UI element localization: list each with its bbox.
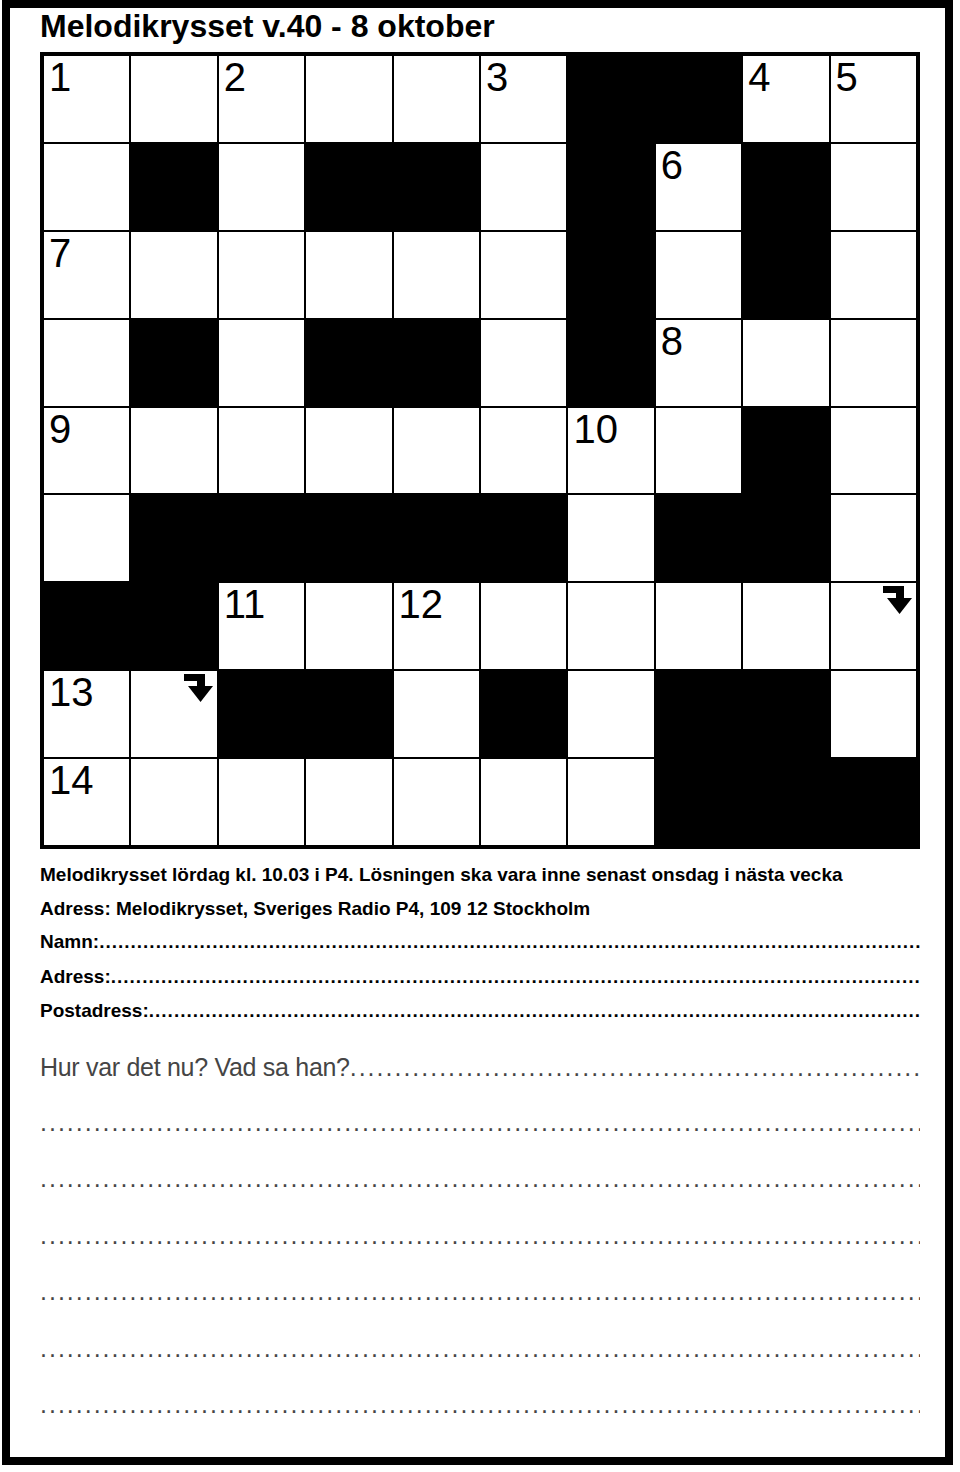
clue-number-11: 11 — [224, 583, 266, 625]
cell-r4c10[interactable] — [830, 319, 917, 407]
cell-r1c10[interactable]: 5 — [830, 55, 917, 143]
answer-dotted-line-fill[interactable]: ........................................… — [40, 1221, 920, 1250]
cell-r8c9-blocked — [742, 670, 829, 758]
cell-r1c9[interactable]: 4 — [742, 55, 829, 143]
clue-number-7: 7 — [49, 232, 71, 274]
clue-number-8: 8 — [661, 320, 683, 362]
cell-r2c8[interactable]: 6 — [655, 143, 742, 231]
cell-r3c1[interactable]: 7 — [43, 231, 130, 319]
cell-r2c9-blocked — [742, 143, 829, 231]
cell-r7c5[interactable]: 12 — [393, 582, 480, 670]
clue-number-6: 6 — [661, 144, 683, 186]
cell-r5c1[interactable]: 9 — [43, 407, 130, 495]
cell-r9c6[interactable] — [480, 758, 567, 846]
answer-dotted-line-fill[interactable]: ........................................… — [40, 1334, 920, 1363]
question-answer-line[interactable]: ........................................… — [350, 1053, 920, 1082]
turn-down-arrow-icon — [882, 584, 913, 617]
answer-dotted-line-3[interactable]: ........................................… — [40, 1221, 920, 1250]
submission-address: Adress: Melodikrysset, Sveriges Radio P4… — [40, 898, 920, 920]
cell-r8c2[interactable] — [130, 670, 217, 758]
cell-r4c9[interactable] — [742, 319, 829, 407]
cell-r9c8-blocked — [655, 758, 742, 846]
answer-dotted-line-fill[interactable]: ........................................… — [40, 1108, 920, 1137]
clue-number-12: 12 — [399, 583, 444, 625]
cell-r7c9[interactable] — [742, 582, 829, 670]
cell-r8c4-blocked — [305, 670, 392, 758]
cell-r5c3[interactable] — [218, 407, 305, 495]
broadcast-info: Melodikrysset lördag kl. 10.03 i P4. Lös… — [40, 864, 920, 886]
cell-r2c1[interactable] — [43, 143, 130, 231]
address-label: Adress: — [40, 966, 111, 988]
cell-r4c5-blocked — [393, 319, 480, 407]
cell-r3c6[interactable] — [480, 231, 567, 319]
cell-r1c4[interactable] — [305, 55, 392, 143]
name-field-row: Namn:...................................… — [40, 931, 920, 953]
clue-number-10: 10 — [573, 408, 618, 450]
cell-r4c1[interactable] — [43, 319, 130, 407]
cell-r2c5-blocked — [393, 143, 480, 231]
page: Melodikrysset v.40 - 8 oktober 123456789… — [0, 0, 960, 1472]
cell-r2c4-blocked — [305, 143, 392, 231]
cell-r4c8[interactable]: 8 — [655, 319, 742, 407]
question-row: Hur var det nu? Vad sa han?.............… — [40, 1053, 920, 1082]
cell-r7c7[interactable] — [567, 582, 654, 670]
cell-r6c5-blocked — [393, 494, 480, 582]
cell-r6c6-blocked — [480, 494, 567, 582]
cell-r7c3[interactable]: 11 — [218, 582, 305, 670]
cell-r1c1[interactable]: 1 — [43, 55, 130, 143]
cell-r5c8[interactable] — [655, 407, 742, 495]
cell-r7c4[interactable] — [305, 582, 392, 670]
cell-r4c2-blocked — [130, 319, 217, 407]
cell-r2c2-blocked — [130, 143, 217, 231]
cell-r1c7-blocked — [567, 55, 654, 143]
postal-address-field-row: Postadress:.............................… — [40, 1000, 920, 1022]
cell-r9c9-blocked — [742, 758, 829, 846]
cell-r9c10-blocked — [830, 758, 917, 846]
cell-r3c9-blocked — [742, 231, 829, 319]
cell-r6c8-blocked — [655, 494, 742, 582]
answer-dotted-line-2[interactable]: ........................................… — [40, 1164, 920, 1193]
cell-r2c3[interactable] — [218, 143, 305, 231]
page-title: Melodikrysset v.40 - 8 oktober — [40, 8, 495, 45]
cell-r8c6-blocked — [480, 670, 567, 758]
cell-r4c3[interactable] — [218, 319, 305, 407]
name-input-line[interactable]: ........................................… — [99, 931, 920, 953]
postal-address-label: Postadress: — [40, 1000, 149, 1022]
cell-r8c5[interactable] — [393, 670, 480, 758]
address-field-row: Adress:.................................… — [40, 966, 920, 988]
cell-r1c6[interactable]: 3 — [480, 55, 567, 143]
cell-r4c4-blocked — [305, 319, 392, 407]
cell-r9c1[interactable]: 14 — [43, 758, 130, 846]
cell-r7c6[interactable] — [480, 582, 567, 670]
cell-r3c3[interactable] — [218, 231, 305, 319]
clue-number-14: 14 — [49, 759, 94, 801]
answer-dotted-line-fill[interactable]: ........................................… — [40, 1164, 920, 1193]
cell-r3c10[interactable] — [830, 231, 917, 319]
question-label: Hur var det nu? Vad sa han? — [40, 1053, 350, 1082]
cell-r8c1[interactable]: 13 — [43, 670, 130, 758]
cell-r2c6[interactable] — [480, 143, 567, 231]
cell-r5c9-blocked — [742, 407, 829, 495]
cell-r6c4-blocked — [305, 494, 392, 582]
cell-r3c8[interactable] — [655, 231, 742, 319]
cell-r7c2-blocked — [130, 582, 217, 670]
cell-r9c4[interactable] — [305, 758, 392, 846]
cell-r5c7[interactable]: 10 — [567, 407, 654, 495]
cell-r6c9-blocked — [742, 494, 829, 582]
cell-r3c5[interactable] — [393, 231, 480, 319]
cell-r2c10[interactable] — [830, 143, 917, 231]
clue-number-3: 3 — [486, 56, 508, 98]
cell-r1c8-blocked — [655, 55, 742, 143]
cell-r9c2[interactable] — [130, 758, 217, 846]
name-label: Namn: — [40, 931, 99, 953]
cell-r6c2-blocked — [130, 494, 217, 582]
cell-r3c7-blocked — [567, 231, 654, 319]
cell-r6c10[interactable] — [830, 494, 917, 582]
answer-dotted-line-fill[interactable]: ........................................… — [40, 1390, 920, 1419]
clue-number-1: 1 — [49, 56, 71, 98]
cell-r6c1[interactable] — [43, 494, 130, 582]
cell-r6c7[interactable] — [567, 494, 654, 582]
turn-down-arrow-icon — [183, 672, 214, 705]
answer-dotted-line-1[interactable]: ........................................… — [40, 1108, 920, 1137]
cell-r7c10[interactable] — [830, 582, 917, 670]
cell-r6c3-blocked — [218, 494, 305, 582]
cell-r9c5[interactable] — [393, 758, 480, 846]
answer-dotted-line-4[interactable]: ........................................… — [40, 1277, 920, 1306]
cell-r7c8[interactable] — [655, 582, 742, 670]
cell-r3c4[interactable] — [305, 231, 392, 319]
cell-r5c4[interactable] — [305, 407, 392, 495]
cell-r8c3-blocked — [218, 670, 305, 758]
cell-r9c3[interactable] — [218, 758, 305, 846]
cell-r5c6[interactable] — [480, 407, 567, 495]
crossword-grid: 1234567891011121314 — [40, 52, 920, 849]
cell-r1c3[interactable]: 2 — [218, 55, 305, 143]
clue-number-4: 4 — [748, 56, 770, 98]
cell-r9c7[interactable] — [567, 758, 654, 846]
cell-r1c2[interactable] — [130, 55, 217, 143]
cell-r3c2[interactable] — [130, 231, 217, 319]
cell-r1c5[interactable] — [393, 55, 480, 143]
answer-dotted-line-5[interactable]: ........................................… — [40, 1334, 920, 1363]
cell-r2c7-blocked — [567, 143, 654, 231]
cell-r8c8-blocked — [655, 670, 742, 758]
postal-address-input-line[interactable]: ........................................… — [149, 1000, 920, 1022]
clue-number-9: 9 — [49, 408, 71, 450]
cell-r4c6[interactable] — [480, 319, 567, 407]
cell-r5c5[interactable] — [393, 407, 480, 495]
cell-r7c1-blocked — [43, 582, 130, 670]
cell-r5c2[interactable] — [130, 407, 217, 495]
address-input-line[interactable]: ........................................… — [111, 966, 920, 988]
cell-r8c7[interactable] — [567, 670, 654, 758]
clue-number-2: 2 — [224, 56, 246, 98]
cell-r8c10[interactable] — [830, 670, 917, 758]
clue-number-13: 13 — [49, 671, 94, 713]
cell-r5c10[interactable] — [830, 407, 917, 495]
clue-number-5: 5 — [836, 56, 858, 98]
answer-dotted-line-fill[interactable]: ........................................… — [40, 1277, 920, 1306]
cell-r4c7-blocked — [567, 319, 654, 407]
answer-dotted-line-6[interactable]: ........................................… — [40, 1390, 920, 1419]
